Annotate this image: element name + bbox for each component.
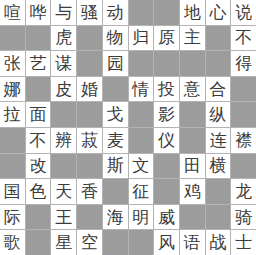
blocked-cell-r9c4	[77, 205, 102, 230]
cell-character: 谋	[55, 55, 72, 72]
letter-cell-r7c2[interactable]: 改	[26, 154, 51, 179]
letter-cell-r8c4[interactable]: 香	[77, 179, 102, 204]
letter-cell-r6c7[interactable]: 仪	[154, 128, 179, 153]
cell-character: 说	[235, 4, 252, 21]
cell-character: 情	[132, 81, 149, 98]
blocked-cell-r1c7	[154, 0, 179, 25]
blocked-cell-r7c10	[231, 154, 256, 179]
blocked-cell-r5c3	[51, 102, 76, 127]
cell-character: 戈	[107, 106, 124, 123]
blocked-cell-r5c8	[180, 102, 205, 127]
letter-cell-r1c4[interactable]: 骚	[77, 0, 102, 25]
blocked-cell-r4c5	[103, 77, 128, 102]
letter-cell-r2c6[interactable]: 归	[129, 26, 154, 51]
blocked-cell-r7c4	[77, 154, 102, 179]
cell-character: 与	[55, 4, 72, 21]
letter-cell-r8c6[interactable]: 征	[129, 179, 154, 204]
letter-cell-r9c3[interactable]: 王	[51, 205, 76, 230]
cell-character: 际	[4, 209, 21, 226]
letter-cell-r1c2[interactable]: 哗	[26, 0, 51, 25]
blocked-cell-r3c9	[206, 51, 231, 76]
letter-cell-r8c2[interactable]: 色	[26, 179, 51, 204]
cell-character: 威	[158, 209, 175, 226]
letter-cell-r10c3[interactable]: 星	[51, 230, 76, 255]
letter-cell-r4c8[interactable]: 意	[180, 77, 205, 102]
cell-character: 皮	[55, 81, 72, 98]
cell-character: 哗	[30, 4, 47, 21]
letter-cell-r5c9[interactable]: 纵	[206, 102, 231, 127]
letter-cell-r8c8[interactable]: 鸡	[180, 179, 205, 204]
letter-cell-r6c10[interactable]: 襟	[231, 128, 256, 153]
cell-character: 王	[55, 209, 72, 226]
blocked-cell-r3c6	[129, 51, 154, 76]
blocked-cell-r4c10	[231, 77, 256, 102]
letter-cell-r1c5[interactable]: 动	[103, 0, 128, 25]
cell-character: 明	[132, 209, 149, 226]
blocked-cell-r8c5	[103, 179, 128, 204]
letter-cell-r7c8[interactable]: 田	[180, 154, 205, 179]
cell-character: 田	[184, 157, 201, 174]
letter-cell-r5c7[interactable]: 影	[154, 102, 179, 127]
letter-cell-r6c3[interactable]: 辨	[51, 128, 76, 153]
cell-character: 菽	[81, 132, 98, 149]
cell-character: 主	[184, 29, 201, 46]
letter-cell-r3c10[interactable]: 得	[231, 51, 256, 76]
blocked-cell-r2c2	[26, 26, 51, 51]
letter-cell-r9c5[interactable]: 海	[103, 205, 128, 230]
letter-cell-r7c9[interactable]: 横	[206, 154, 231, 179]
cell-character: 面	[30, 106, 47, 123]
letter-cell-r3c5[interactable]: 园	[103, 51, 128, 76]
letter-cell-r1c1[interactable]: 喧	[0, 0, 25, 25]
cell-character: 喧	[4, 4, 21, 21]
letter-cell-r10c8[interactable]: 语	[180, 230, 205, 255]
cell-character: 得	[235, 55, 252, 72]
crossword-board: 喧哗与骚动地心说虎物归原主不张艺谋园得娜皮婚情投意合拉面戈影纵不辨菽麦仪连襟改斯…	[0, 0, 256, 255]
letter-cell-r2c5[interactable]: 物	[103, 26, 128, 51]
blocked-cell-r10c5	[103, 230, 128, 255]
blocked-cell-r3c4	[77, 51, 102, 76]
blocked-cell-r1c6	[129, 0, 154, 25]
cell-character: 士	[235, 234, 252, 251]
blocked-cell-r2c9	[206, 26, 231, 51]
blocked-cell-r9c9	[206, 205, 231, 230]
letter-cell-r4c4[interactable]: 婚	[77, 77, 102, 102]
blocked-cell-r10c2	[26, 230, 51, 255]
blocked-cell-r2c4	[77, 26, 102, 51]
letter-cell-r5c1[interactable]: 拉	[0, 102, 25, 127]
cell-character: 原	[158, 29, 175, 46]
cell-character: 地	[184, 4, 201, 21]
letter-cell-r5c2[interactable]: 面	[26, 102, 51, 127]
letter-cell-r6c5[interactable]: 麦	[103, 128, 128, 153]
cell-character: 连	[209, 132, 226, 149]
letter-cell-r3c3[interactable]: 谋	[51, 51, 76, 76]
cell-character: 风	[158, 234, 175, 251]
letter-cell-r4c7[interactable]: 投	[154, 77, 179, 102]
letter-cell-r4c6[interactable]: 情	[129, 77, 154, 102]
cell-character: 影	[158, 106, 175, 123]
cell-character: 空	[81, 234, 98, 251]
cell-character: 婚	[81, 81, 98, 98]
letter-cell-r8c3[interactable]: 天	[51, 179, 76, 204]
letter-cell-r4c9[interactable]: 合	[206, 77, 231, 102]
cell-character: 征	[132, 183, 149, 200]
cell-character: 艺	[30, 55, 47, 72]
letter-cell-r10c7[interactable]: 风	[154, 230, 179, 255]
letter-cell-r1c10[interactable]: 说	[231, 0, 256, 25]
letter-cell-r4c1[interactable]: 娜	[0, 77, 25, 102]
cell-character: 娜	[4, 81, 21, 98]
blocked-cell-r5c4	[77, 102, 102, 127]
cell-character: 意	[184, 81, 201, 98]
cell-character: 虎	[55, 29, 72, 46]
blocked-cell-r10c6	[129, 230, 154, 255]
letter-cell-r1c3[interactable]: 与	[51, 0, 76, 25]
cell-character: 归	[132, 29, 149, 46]
cell-character: 园	[107, 55, 124, 72]
letter-cell-r2c3[interactable]: 虎	[51, 26, 76, 51]
letter-cell-r1c9[interactable]: 心	[206, 0, 231, 25]
letter-cell-r4c3[interactable]: 皮	[51, 77, 76, 102]
blocked-cell-r7c7	[154, 154, 179, 179]
cell-character: 龙	[235, 183, 252, 200]
letter-cell-r7c5[interactable]: 斯	[103, 154, 128, 179]
blocked-cell-r7c1	[0, 154, 25, 179]
cell-character: 辨	[55, 132, 72, 149]
letter-cell-r8c10[interactable]: 龙	[231, 179, 256, 204]
letter-cell-r9c6[interactable]: 明	[129, 205, 154, 230]
letter-cell-r3c2[interactable]: 艺	[26, 51, 51, 76]
letter-cell-r8c1[interactable]: 国	[0, 179, 25, 204]
blocked-cell-r8c9	[206, 179, 231, 204]
blocked-cell-r9c2	[26, 205, 51, 230]
letter-cell-r9c10[interactable]: 骑	[231, 205, 256, 230]
letter-cell-r1c8[interactable]: 地	[180, 0, 205, 25]
cell-character: 不	[235, 29, 252, 46]
letter-cell-r10c1[interactable]: 歌	[0, 230, 25, 255]
letter-cell-r10c4[interactable]: 空	[77, 230, 102, 255]
cell-character: 斯	[107, 157, 124, 174]
blocked-cell-r6c8	[180, 128, 205, 153]
cell-character: 物	[107, 29, 124, 46]
cell-character: 麦	[107, 132, 124, 149]
cell-character: 香	[81, 183, 98, 200]
letter-cell-r6c4[interactable]: 菽	[77, 128, 102, 153]
letter-cell-r7c6[interactable]: 文	[129, 154, 154, 179]
cell-character: 横	[209, 157, 226, 174]
blocked-cell-r2c1	[0, 26, 25, 51]
letter-cell-r10c10[interactable]: 士	[231, 230, 256, 255]
cell-character: 不	[30, 132, 47, 149]
blocked-cell-r7c3	[51, 154, 76, 179]
cell-character: 动	[107, 4, 124, 21]
letter-cell-r5c5[interactable]: 戈	[103, 102, 128, 127]
cell-character: 仪	[158, 132, 175, 149]
cell-character: 国	[4, 183, 21, 200]
letter-cell-r6c9[interactable]: 连	[206, 128, 231, 153]
letter-cell-r2c10[interactable]: 不	[231, 26, 256, 51]
blocked-cell-r3c7	[154, 51, 179, 76]
letter-cell-r10c9[interactable]: 战	[206, 230, 231, 255]
cell-character: 海	[107, 209, 124, 226]
cell-character: 骑	[235, 209, 252, 226]
letter-cell-r2c7[interactable]: 原	[154, 26, 179, 51]
cell-character: 张	[4, 55, 21, 72]
cell-character: 色	[30, 183, 47, 200]
letter-cell-r6c2[interactable]: 不	[26, 128, 51, 153]
blocked-cell-r4c2	[26, 77, 51, 102]
cell-character: 投	[158, 81, 175, 98]
blocked-cell-r5c10	[231, 102, 256, 127]
cell-character: 合	[209, 81, 226, 98]
blocked-cell-r6c6	[129, 128, 154, 153]
letter-cell-r3c1[interactable]: 张	[0, 51, 25, 76]
cell-character: 襟	[235, 132, 252, 149]
cell-character: 改	[30, 157, 47, 174]
cell-character: 文	[132, 157, 149, 174]
cell-character: 纵	[209, 106, 226, 123]
cell-character: 拉	[4, 106, 21, 123]
letter-cell-r9c7[interactable]: 威	[154, 205, 179, 230]
cell-character: 心	[209, 4, 226, 21]
cell-character: 歌	[4, 234, 21, 251]
blocked-cell-r9c8	[180, 205, 205, 230]
blocked-cell-r6c1	[0, 128, 25, 153]
blocked-cell-r8c7	[154, 179, 179, 204]
blocked-cell-r5c6	[129, 102, 154, 127]
cell-character: 骚	[81, 4, 98, 21]
letter-cell-r9c1[interactable]: 际	[0, 205, 25, 230]
cell-character: 战	[209, 234, 226, 251]
blocked-cell-r3c8	[180, 51, 205, 76]
cell-character: 语	[184, 234, 201, 251]
cell-character: 鸡	[184, 183, 201, 200]
cell-character: 天	[55, 183, 72, 200]
letter-cell-r2c8[interactable]: 主	[180, 26, 205, 51]
cell-character: 星	[55, 234, 72, 251]
